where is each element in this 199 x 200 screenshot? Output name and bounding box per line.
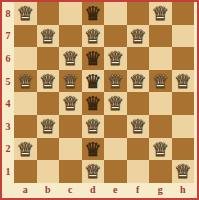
square-f5[interactable]: ♛ [127,70,150,93]
square-f1[interactable] [127,160,150,183]
black-queen: ♛ [84,47,101,70]
square-c3[interactable] [59,115,82,138]
white-queen: ♛ [174,70,191,93]
white-queen: ♛ [129,115,146,138]
square-h5[interactable]: ♛ [172,70,195,93]
board-corner-spacer [2,183,14,197]
square-h2[interactable] [172,138,195,161]
square-c5[interactable]: ♛ [59,70,82,93]
square-b3[interactable]: ♛ [37,115,60,138]
square-a1[interactable] [14,160,37,183]
square-e7[interactable] [104,25,127,48]
square-g6[interactable] [149,47,172,70]
square-c2[interactable] [59,138,82,161]
square-h1[interactable]: ♛ [172,160,195,183]
chess-board: 8♛♛♛7♛♛♛6♛♛♛5♛♛♛♛♛♛♛♛4♛♛♛3♛♛♛2♛♛♛1♛♛abcd… [2,2,194,197]
square-d8[interactable]: ♛ [82,2,105,25]
white-queen: ♛ [152,138,169,161]
file-label-b: b [37,183,60,197]
square-g3[interactable] [149,115,172,138]
square-h8[interactable] [172,2,195,25]
square-f6[interactable] [127,47,150,70]
square-e2[interactable] [104,138,127,161]
square-f2[interactable] [127,138,150,161]
white-queen: ♛ [129,70,146,93]
white-queen: ♛ [129,25,146,48]
rank-label-4: 4 [2,92,14,115]
white-queen: ♛ [84,115,101,138]
square-b8[interactable] [37,2,60,25]
square-e4[interactable]: ♛ [104,92,127,115]
square-h6[interactable] [172,47,195,70]
square-c6[interactable]: ♛ [59,47,82,70]
square-a7[interactable] [14,25,37,48]
white-queen: ♛ [17,138,34,161]
square-e6[interactable]: ♛ [104,47,127,70]
rank-label-6: 6 [2,47,14,70]
rank-label-7: 7 [2,25,14,48]
square-c4[interactable]: ♛ [59,92,82,115]
rank-label-2: 2 [2,138,14,161]
square-a6[interactable] [14,47,37,70]
square-a5[interactable]: ♛ [14,70,37,93]
square-d7[interactable]: ♛ [82,25,105,48]
rank-label-8: 8 [2,2,14,25]
white-queen: ♛ [107,47,124,70]
square-g7[interactable] [149,25,172,48]
square-d4[interactable]: ♛ [82,92,105,115]
square-e1[interactable] [104,160,127,183]
square-b4[interactable] [37,92,60,115]
square-g5[interactable]: ♛ [149,70,172,93]
square-g4[interactable] [149,92,172,115]
square-h4[interactable] [172,92,195,115]
black-queen: ♛ [84,70,101,93]
square-c7[interactable] [59,25,82,48]
file-label-g: g [149,183,172,197]
file-label-c: c [59,183,82,197]
black-queen: ♛ [84,138,101,161]
white-queen: ♛ [107,92,124,115]
square-d6[interactable]: ♛ [82,47,105,70]
white-queen: ♛ [107,70,124,93]
file-label-d: d [82,183,105,197]
square-a8[interactable]: ♛ [14,2,37,25]
square-g1[interactable] [149,160,172,183]
file-label-f: f [127,183,150,197]
square-f8[interactable] [127,2,150,25]
square-h7[interactable] [172,25,195,48]
square-c8[interactable] [59,2,82,25]
square-f3[interactable]: ♛ [127,115,150,138]
square-a4[interactable] [14,92,37,115]
square-h3[interactable] [172,115,195,138]
square-b6[interactable] [37,47,60,70]
white-queen: ♛ [84,25,101,48]
square-b5[interactable]: ♛ [37,70,60,93]
square-b2[interactable] [37,138,60,161]
square-b7[interactable]: ♛ [37,25,60,48]
white-queen: ♛ [174,160,191,183]
square-d2[interactable]: ♛ [82,138,105,161]
file-label-h: h [172,183,195,197]
square-a3[interactable] [14,115,37,138]
square-d3[interactable]: ♛ [82,115,105,138]
white-queen: ♛ [39,70,56,93]
square-c1[interactable] [59,160,82,183]
square-e3[interactable] [104,115,127,138]
white-queen: ♛ [17,2,34,25]
white-queen: ♛ [62,92,79,115]
white-queen: ♛ [39,25,56,48]
file-label-e: e [104,183,127,197]
square-a2[interactable]: ♛ [14,138,37,161]
black-queen: ♛ [84,2,101,25]
square-d1[interactable]: ♛ [82,160,105,183]
square-g2[interactable]: ♛ [149,138,172,161]
square-b1[interactable] [37,160,60,183]
white-queen: ♛ [152,2,169,25]
file-label-a: a [14,183,37,197]
square-e5[interactable]: ♛ [104,70,127,93]
square-f7[interactable]: ♛ [127,25,150,48]
square-e8[interactable] [104,2,127,25]
square-d5[interactable]: ♛ [82,70,105,93]
rank-label-5: 5 [2,70,14,93]
white-queen: ♛ [84,160,101,183]
black-queen: ♛ [84,92,101,115]
white-queen: ♛ [152,70,169,93]
white-queen: ♛ [62,70,79,93]
rank-label-3: 3 [2,115,14,138]
chess-board-frame: 8♛♛♛7♛♛♛6♛♛♛5♛♛♛♛♛♛♛♛4♛♛♛3♛♛♛2♛♛♛1♛♛abcd… [0,0,199,200]
white-queen: ♛ [17,70,34,93]
square-g8[interactable]: ♛ [149,2,172,25]
square-f4[interactable] [127,92,150,115]
white-queen: ♛ [39,115,56,138]
white-queen: ♛ [62,47,79,70]
rank-label-1: 1 [2,160,14,183]
